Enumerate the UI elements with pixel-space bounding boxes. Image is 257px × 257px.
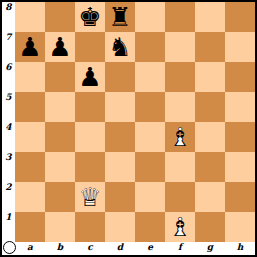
white-bishop-f1[interactable]: ♗ bbox=[165, 212, 195, 242]
black-pawn-b7[interactable]: ♟ bbox=[45, 32, 75, 62]
file-label-h: h bbox=[225, 242, 255, 255]
file-label-c: c bbox=[75, 242, 105, 255]
square-a3[interactable] bbox=[15, 152, 45, 182]
rank-label-3: 3 bbox=[2, 152, 15, 182]
square-b3[interactable] bbox=[45, 152, 75, 182]
square-h1[interactable] bbox=[225, 212, 255, 242]
square-d2[interactable] bbox=[105, 182, 135, 212]
square-b4[interactable] bbox=[45, 122, 75, 152]
square-b8[interactable] bbox=[45, 2, 75, 32]
white-queen-c2[interactable]: ♕ bbox=[75, 182, 105, 212]
black-pawn-a7[interactable]: ♟ bbox=[15, 32, 45, 62]
square-d5[interactable] bbox=[105, 92, 135, 122]
chess-board-diagram: 87654321 ♚♜♟♟♞♟♝♗♛♕♝♗ abcdefgh bbox=[0, 0, 257, 257]
square-c2[interactable]: ♛♕ bbox=[75, 182, 105, 212]
square-e5[interactable] bbox=[135, 92, 165, 122]
square-a5[interactable] bbox=[15, 92, 45, 122]
square-b1[interactable] bbox=[45, 212, 75, 242]
square-f8[interactable] bbox=[165, 2, 195, 32]
square-d4[interactable] bbox=[105, 122, 135, 152]
square-f1[interactable]: ♝♗ bbox=[165, 212, 195, 242]
square-c6[interactable]: ♟ bbox=[75, 62, 105, 92]
square-a4[interactable] bbox=[15, 122, 45, 152]
rank-label-4: 4 bbox=[2, 122, 15, 152]
square-d6[interactable] bbox=[105, 62, 135, 92]
square-h2[interactable] bbox=[225, 182, 255, 212]
black-knight-d7[interactable]: ♞ bbox=[105, 32, 135, 62]
square-e8[interactable] bbox=[135, 2, 165, 32]
square-g8[interactable] bbox=[195, 2, 225, 32]
square-h5[interactable] bbox=[225, 92, 255, 122]
rank-label-5: 5 bbox=[2, 92, 15, 122]
square-b6[interactable] bbox=[45, 62, 75, 92]
square-g5[interactable] bbox=[195, 92, 225, 122]
side-to-move-indicator bbox=[3, 241, 16, 254]
square-g3[interactable] bbox=[195, 152, 225, 182]
square-f4[interactable]: ♝♗ bbox=[165, 122, 195, 152]
rank-label-6: 6 bbox=[2, 62, 15, 92]
rank-label-8: 8 bbox=[2, 2, 15, 32]
square-c8[interactable]: ♚ bbox=[75, 2, 105, 32]
file-label-f: f bbox=[165, 242, 195, 255]
rank-labels: 87654321 bbox=[2, 2, 15, 242]
square-g4[interactable] bbox=[195, 122, 225, 152]
square-a2[interactable] bbox=[15, 182, 45, 212]
white-bishop-f4[interactable]: ♗ bbox=[165, 122, 195, 152]
square-b5[interactable] bbox=[45, 92, 75, 122]
square-h3[interactable] bbox=[225, 152, 255, 182]
square-e2[interactable] bbox=[135, 182, 165, 212]
square-e3[interactable] bbox=[135, 152, 165, 182]
square-b7[interactable]: ♟ bbox=[45, 32, 75, 62]
file-label-b: b bbox=[45, 242, 75, 255]
square-f3[interactable] bbox=[165, 152, 195, 182]
file-label-g: g bbox=[195, 242, 225, 255]
black-pawn-c6[interactable]: ♟ bbox=[75, 62, 105, 92]
square-c5[interactable] bbox=[75, 92, 105, 122]
square-e6[interactable] bbox=[135, 62, 165, 92]
square-g1[interactable] bbox=[195, 212, 225, 242]
square-f7[interactable] bbox=[165, 32, 195, 62]
rank-label-1: 1 bbox=[2, 212, 15, 242]
file-labels: abcdefgh bbox=[15, 242, 255, 255]
file-label-d: d bbox=[105, 242, 135, 255]
rank-label-7: 7 bbox=[2, 32, 15, 62]
square-g2[interactable] bbox=[195, 182, 225, 212]
square-f2[interactable] bbox=[165, 182, 195, 212]
square-c1[interactable] bbox=[75, 212, 105, 242]
square-h8[interactable] bbox=[225, 2, 255, 32]
square-e1[interactable] bbox=[135, 212, 165, 242]
square-c7[interactable] bbox=[75, 32, 105, 62]
square-h7[interactable] bbox=[225, 32, 255, 62]
file-label-a: a bbox=[15, 242, 45, 255]
square-f5[interactable] bbox=[165, 92, 195, 122]
square-a8[interactable] bbox=[15, 2, 45, 32]
square-e7[interactable] bbox=[135, 32, 165, 62]
square-d1[interactable] bbox=[105, 212, 135, 242]
square-a1[interactable] bbox=[15, 212, 45, 242]
square-e4[interactable] bbox=[135, 122, 165, 152]
square-b2[interactable] bbox=[45, 182, 75, 212]
file-label-e: e bbox=[135, 242, 165, 255]
chess-board: ♚♜♟♟♞♟♝♗♛♕♝♗ bbox=[15, 2, 255, 242]
square-c3[interactable] bbox=[75, 152, 105, 182]
square-a6[interactable] bbox=[15, 62, 45, 92]
square-d8[interactable]: ♜ bbox=[105, 2, 135, 32]
square-g7[interactable] bbox=[195, 32, 225, 62]
rank-label-2: 2 bbox=[2, 182, 15, 212]
square-d7[interactable]: ♞ bbox=[105, 32, 135, 62]
square-h6[interactable] bbox=[225, 62, 255, 92]
black-rook-d8[interactable]: ♜ bbox=[105, 2, 135, 32]
square-h4[interactable] bbox=[225, 122, 255, 152]
square-d3[interactable] bbox=[105, 152, 135, 182]
square-c4[interactable] bbox=[75, 122, 105, 152]
black-king-c8[interactable]: ♚ bbox=[75, 2, 105, 32]
square-f6[interactable] bbox=[165, 62, 195, 92]
square-a7[interactable]: ♟ bbox=[15, 32, 45, 62]
square-g6[interactable] bbox=[195, 62, 225, 92]
